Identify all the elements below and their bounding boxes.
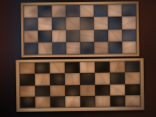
square-d2[interactable] [65, 85, 80, 96]
square-a8[interactable] [24, 6, 38, 18]
square-a5[interactable] [24, 42, 38, 54]
square-b4[interactable] [35, 62, 50, 73]
square-b2[interactable] [35, 85, 50, 96]
square-d4[interactable] [65, 62, 80, 73]
square-c2[interactable] [50, 85, 65, 96]
square-h7[interactable] [122, 17, 136, 29]
square-e2[interactable] [80, 84, 95, 95]
square-a7[interactable] [24, 18, 38, 30]
square-h8[interactable] [122, 4, 136, 16]
square-d5[interactable] [66, 42, 80, 54]
square-h5[interactable] [122, 41, 136, 53]
square-h6[interactable] [122, 29, 136, 41]
square-h4[interactable] [125, 61, 140, 72]
board-bottom-half [16, 58, 145, 112]
square-b5[interactable] [38, 42, 52, 54]
square-g8[interactable] [108, 4, 122, 16]
board-top-half [21, 1, 140, 57]
square-g2[interactable] [110, 84, 125, 95]
square-g3[interactable] [110, 73, 125, 84]
board-bottom-grid [20, 61, 141, 108]
square-g7[interactable] [108, 17, 122, 29]
square-c1[interactable] [50, 96, 65, 107]
square-e3[interactable] [80, 73, 95, 84]
square-c3[interactable] [50, 73, 65, 84]
square-e5[interactable] [80, 42, 94, 54]
square-h3[interactable] [125, 72, 140, 83]
square-h1[interactable] [125, 95, 140, 106]
square-a4[interactable] [20, 63, 35, 74]
square-b1[interactable] [35, 96, 50, 107]
square-g6[interactable] [108, 29, 122, 41]
square-g5[interactable] [108, 41, 122, 53]
square-a1[interactable] [20, 96, 35, 107]
square-e1[interactable] [80, 96, 95, 107]
square-a3[interactable] [20, 74, 35, 85]
square-f3[interactable] [95, 73, 110, 84]
square-d3[interactable] [65, 73, 80, 84]
square-a2[interactable] [20, 85, 35, 96]
board-photo [0, 0, 156, 117]
square-d1[interactable] [65, 96, 80, 107]
square-g4[interactable] [110, 61, 125, 72]
worn-paint-center-smudge [55, 15, 103, 44]
square-a6[interactable] [24, 30, 38, 42]
square-f2[interactable] [95, 84, 110, 95]
square-h2[interactable] [125, 84, 140, 95]
square-e4[interactable] [80, 62, 95, 73]
square-f1[interactable] [95, 95, 110, 106]
square-b6[interactable] [38, 30, 52, 42]
square-g1[interactable] [110, 95, 125, 106]
square-b3[interactable] [35, 74, 50, 85]
square-f5[interactable] [94, 41, 108, 53]
square-f4[interactable] [95, 62, 110, 73]
square-c5[interactable] [52, 42, 66, 54]
square-c4[interactable] [50, 62, 65, 73]
